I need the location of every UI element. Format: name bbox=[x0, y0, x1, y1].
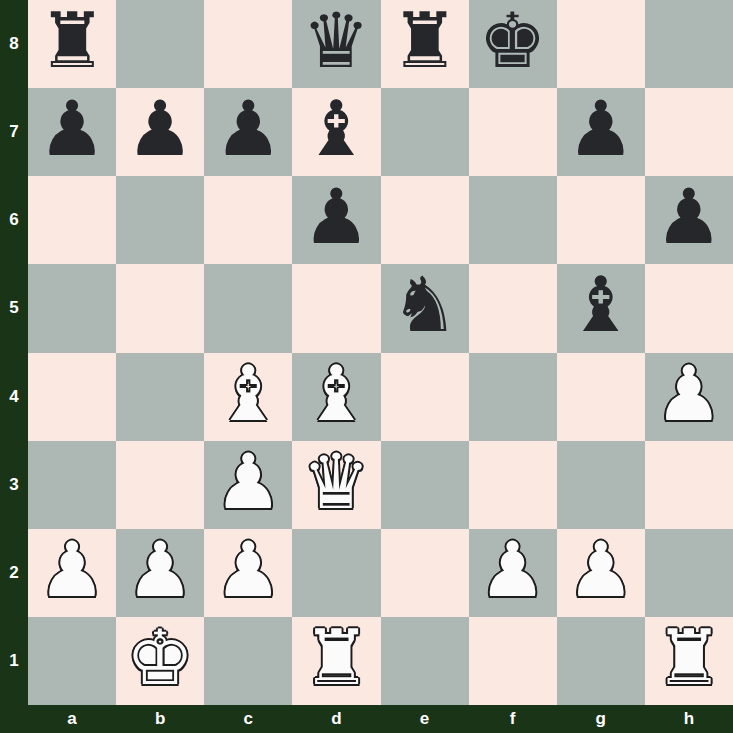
rank-label-3: 3 bbox=[0, 441, 28, 529]
square-f8[interactable]: ♚ bbox=[469, 0, 557, 88]
black-knight-e5[interactable]: ♞ bbox=[390, 267, 458, 343]
square-f3[interactable] bbox=[469, 441, 557, 529]
white-bishop-d4[interactable]: ♝ bbox=[302, 356, 370, 432]
square-a8[interactable]: ♜ bbox=[28, 0, 116, 88]
square-a3[interactable] bbox=[28, 441, 116, 529]
square-h6[interactable]: ♟ bbox=[645, 176, 733, 264]
square-d1[interactable]: ♜ bbox=[292, 617, 380, 705]
square-f4[interactable] bbox=[469, 353, 557, 441]
rank-label-1: 1 bbox=[0, 617, 28, 705]
square-f7[interactable] bbox=[469, 88, 557, 176]
square-h1[interactable]: ♜ bbox=[645, 617, 733, 705]
white-king-b1[interactable]: ♚ bbox=[126, 620, 194, 696]
square-c6[interactable] bbox=[204, 176, 292, 264]
file-label-b: b bbox=[116, 705, 204, 733]
square-d6[interactable]: ♟ bbox=[292, 176, 380, 264]
rank-labels: 87654321 bbox=[0, 0, 28, 705]
black-queen-d8[interactable]: ♛ bbox=[302, 3, 370, 79]
square-g3[interactable] bbox=[557, 441, 645, 529]
square-d4[interactable]: ♝ bbox=[292, 353, 380, 441]
square-e6[interactable] bbox=[381, 176, 469, 264]
square-a4[interactable] bbox=[28, 353, 116, 441]
white-pawn-g2[interactable]: ♟ bbox=[567, 532, 635, 608]
square-h3[interactable] bbox=[645, 441, 733, 529]
square-b2[interactable]: ♟ bbox=[116, 529, 204, 617]
rank-label-4: 4 bbox=[0, 353, 28, 441]
black-rook-e8[interactable]: ♜ bbox=[390, 3, 458, 79]
square-h5[interactable] bbox=[645, 264, 733, 352]
square-f2[interactable]: ♟ bbox=[469, 529, 557, 617]
black-pawn-c7[interactable]: ♟ bbox=[214, 91, 282, 167]
square-e4[interactable] bbox=[381, 353, 469, 441]
chess-board: ♜♛♜♚♟♟♟♝♟♟♟♞♝♝♝♟♟♛♟♟♟♟♟♚♜♜ bbox=[28, 0, 733, 705]
file-label-e: e bbox=[381, 705, 469, 733]
file-label-d: d bbox=[292, 705, 380, 733]
square-a2[interactable]: ♟ bbox=[28, 529, 116, 617]
file-label-f: f bbox=[469, 705, 557, 733]
white-queen-d3[interactable]: ♛ bbox=[302, 444, 370, 520]
square-b1[interactable]: ♚ bbox=[116, 617, 204, 705]
white-rook-h1[interactable]: ♜ bbox=[655, 620, 723, 696]
chess-board-frame: 87654321 ♜♛♜♚♟♟♟♝♟♟♟♞♝♝♝♟♟♛♟♟♟♟♟♚♜♜ abcd… bbox=[0, 0, 733, 733]
white-pawn-c2[interactable]: ♟ bbox=[214, 532, 282, 608]
square-g6[interactable] bbox=[557, 176, 645, 264]
square-b7[interactable]: ♟ bbox=[116, 88, 204, 176]
square-e3[interactable] bbox=[381, 441, 469, 529]
black-rook-a8[interactable]: ♜ bbox=[38, 3, 106, 79]
black-pawn-b7[interactable]: ♟ bbox=[126, 91, 194, 167]
white-pawn-h4[interactable]: ♟ bbox=[655, 356, 723, 432]
square-e7[interactable] bbox=[381, 88, 469, 176]
square-g4[interactable] bbox=[557, 353, 645, 441]
square-c4[interactable]: ♝ bbox=[204, 353, 292, 441]
square-e1[interactable] bbox=[381, 617, 469, 705]
board-corner bbox=[0, 705, 28, 733]
rank-label-6: 6 bbox=[0, 176, 28, 264]
file-label-h: h bbox=[645, 705, 733, 733]
file-label-c: c bbox=[204, 705, 292, 733]
square-d8[interactable]: ♛ bbox=[292, 0, 380, 88]
black-pawn-a7[interactable]: ♟ bbox=[38, 91, 106, 167]
white-bishop-c4[interactable]: ♝ bbox=[214, 356, 282, 432]
file-labels: abcdefgh bbox=[28, 705, 733, 733]
square-b4[interactable] bbox=[116, 353, 204, 441]
rank-label-5: 5 bbox=[0, 264, 28, 352]
square-d3[interactable]: ♛ bbox=[292, 441, 380, 529]
square-d2[interactable] bbox=[292, 529, 380, 617]
square-h4[interactable]: ♟ bbox=[645, 353, 733, 441]
black-bishop-g5[interactable]: ♝ bbox=[567, 267, 635, 343]
square-e5[interactable]: ♞ bbox=[381, 264, 469, 352]
square-e2[interactable] bbox=[381, 529, 469, 617]
square-b8[interactable] bbox=[116, 0, 204, 88]
white-pawn-a2[interactable]: ♟ bbox=[38, 532, 106, 608]
rank-label-7: 7 bbox=[0, 88, 28, 176]
rank-label-2: 2 bbox=[0, 529, 28, 617]
file-label-g: g bbox=[557, 705, 645, 733]
white-rook-d1[interactable]: ♜ bbox=[302, 620, 370, 696]
black-pawn-g7[interactable]: ♟ bbox=[567, 91, 635, 167]
square-d7[interactable]: ♝ bbox=[292, 88, 380, 176]
square-g5[interactable]: ♝ bbox=[557, 264, 645, 352]
square-c3[interactable]: ♟ bbox=[204, 441, 292, 529]
square-b6[interactable] bbox=[116, 176, 204, 264]
square-c7[interactable]: ♟ bbox=[204, 88, 292, 176]
square-f5[interactable] bbox=[469, 264, 557, 352]
square-a1[interactable] bbox=[28, 617, 116, 705]
rank-label-8: 8 bbox=[0, 0, 28, 88]
square-h7[interactable] bbox=[645, 88, 733, 176]
square-e8[interactable]: ♜ bbox=[381, 0, 469, 88]
square-a6[interactable] bbox=[28, 176, 116, 264]
square-f6[interactable] bbox=[469, 176, 557, 264]
square-b5[interactable] bbox=[116, 264, 204, 352]
white-pawn-f2[interactable]: ♟ bbox=[479, 532, 547, 608]
square-g7[interactable]: ♟ bbox=[557, 88, 645, 176]
square-h2[interactable] bbox=[645, 529, 733, 617]
square-b3[interactable] bbox=[116, 441, 204, 529]
white-pawn-b2[interactable]: ♟ bbox=[126, 532, 194, 608]
black-bishop-d7[interactable]: ♝ bbox=[302, 91, 370, 167]
square-c5[interactable] bbox=[204, 264, 292, 352]
black-pawn-d6[interactable]: ♟ bbox=[302, 179, 370, 255]
square-f1[interactable] bbox=[469, 617, 557, 705]
black-pawn-h6[interactable]: ♟ bbox=[655, 179, 723, 255]
file-label-a: a bbox=[28, 705, 116, 733]
square-a5[interactable] bbox=[28, 264, 116, 352]
square-d5[interactable] bbox=[292, 264, 380, 352]
square-c1[interactable] bbox=[204, 617, 292, 705]
square-g8[interactable] bbox=[557, 0, 645, 88]
square-g1[interactable] bbox=[557, 617, 645, 705]
white-pawn-c3[interactable]: ♟ bbox=[214, 444, 282, 520]
square-a7[interactable]: ♟ bbox=[28, 88, 116, 176]
square-c2[interactable]: ♟ bbox=[204, 529, 292, 617]
square-g2[interactable]: ♟ bbox=[557, 529, 645, 617]
black-king-f8[interactable]: ♚ bbox=[479, 3, 547, 79]
square-h8[interactable] bbox=[645, 0, 733, 88]
square-c8[interactable] bbox=[204, 0, 292, 88]
